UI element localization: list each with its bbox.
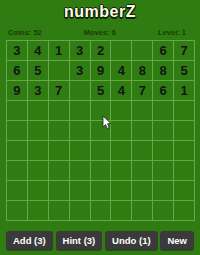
page-title: numberZ — [0, 3, 200, 21]
cell-r2c4[interactable]: 3 — [70, 61, 90, 80]
cell-r3c3[interactable]: 7 — [49, 81, 69, 100]
cell-r9c4[interactable] — [70, 201, 90, 220]
cell-r8c1[interactable] — [7, 181, 27, 200]
undo-button[interactable]: Undo (1) — [105, 231, 158, 250]
cell-r3c6[interactable]: 4 — [111, 81, 131, 100]
cell-r3c2[interactable]: 3 — [28, 81, 48, 100]
cell-r9c2[interactable] — [28, 201, 48, 220]
cell-r1c5[interactable]: 2 — [91, 41, 111, 60]
cell-r4c2[interactable] — [28, 101, 48, 120]
cell-r6c5[interactable] — [91, 141, 111, 160]
cell-r4c5[interactable] — [91, 101, 111, 120]
cell-r8c6[interactable] — [111, 181, 131, 200]
cell-r3c4[interactable] — [70, 81, 90, 100]
cell-r4c6[interactable] — [111, 101, 131, 120]
cell-r9c8[interactable] — [153, 201, 173, 220]
cell-r5c2[interactable] — [28, 121, 48, 140]
cell-r2c8[interactable]: 8 — [153, 61, 173, 80]
game-board: 34132676539488593754761 — [6, 40, 195, 221]
cell-r4c8[interactable] — [153, 101, 173, 120]
cell-r2c1[interactable]: 6 — [7, 61, 27, 80]
level-indicator: Level: 1 — [158, 28, 186, 37]
cell-r2c3[interactable] — [49, 61, 69, 80]
cell-r7c7[interactable] — [132, 161, 152, 180]
hint-button[interactable]: Hint (3) — [56, 231, 103, 250]
cell-r2c9[interactable]: 5 — [174, 61, 194, 80]
cell-r2c2[interactable]: 5 — [28, 61, 48, 80]
cell-r2c7[interactable]: 8 — [132, 61, 152, 80]
cell-r5c1[interactable] — [7, 121, 27, 140]
cell-r3c9[interactable]: 1 — [174, 81, 194, 100]
cell-r3c1[interactable]: 9 — [7, 81, 27, 100]
cell-r8c9[interactable] — [174, 181, 194, 200]
cell-r1c2[interactable]: 4 — [28, 41, 48, 60]
cell-r7c1[interactable] — [7, 161, 27, 180]
cell-r7c4[interactable] — [70, 161, 90, 180]
cell-r7c9[interactable] — [174, 161, 194, 180]
cell-r1c7[interactable] — [132, 41, 152, 60]
cell-r5c9[interactable] — [174, 121, 194, 140]
cell-r6c1[interactable] — [7, 141, 27, 160]
cell-r4c9[interactable] — [174, 101, 194, 120]
moves-counter: Moves: 6 — [84, 28, 116, 37]
cell-r5c3[interactable] — [49, 121, 69, 140]
cell-r1c6[interactable] — [111, 41, 131, 60]
cell-r7c3[interactable] — [49, 161, 69, 180]
cell-r7c5[interactable] — [91, 161, 111, 180]
cell-r8c8[interactable] — [153, 181, 173, 200]
cell-r8c7[interactable] — [132, 181, 152, 200]
toolbar: Add (3) Hint (3) Undo (1) New — [6, 231, 194, 250]
cell-r5c5[interactable] — [91, 121, 111, 140]
cell-r6c3[interactable] — [49, 141, 69, 160]
cell-r3c7[interactable]: 7 — [132, 81, 152, 100]
cell-r6c4[interactable] — [70, 141, 90, 160]
cell-r3c8[interactable]: 6 — [153, 81, 173, 100]
cell-r6c8[interactable] — [153, 141, 173, 160]
coins-counter: Coins: 52 — [8, 28, 42, 37]
cell-r2c5[interactable]: 9 — [91, 61, 111, 80]
cell-r1c1[interactable]: 3 — [7, 41, 27, 60]
cell-r8c5[interactable] — [91, 181, 111, 200]
cell-r9c5[interactable] — [91, 201, 111, 220]
cell-r6c2[interactable] — [28, 141, 48, 160]
cell-r6c6[interactable] — [111, 141, 131, 160]
cell-r7c8[interactable] — [153, 161, 173, 180]
cell-r4c1[interactable] — [7, 101, 27, 120]
new-button[interactable]: New — [160, 231, 194, 250]
cell-r9c7[interactable] — [132, 201, 152, 220]
cell-r7c2[interactable] — [28, 161, 48, 180]
cell-r5c4[interactable] — [70, 121, 90, 140]
cell-r1c4[interactable]: 3 — [70, 41, 90, 60]
cell-r8c4[interactable] — [70, 181, 90, 200]
cell-r9c6[interactable] — [111, 201, 131, 220]
cell-r1c3[interactable]: 1 — [49, 41, 69, 60]
cell-r9c9[interactable] — [174, 201, 194, 220]
cell-r3c5[interactable]: 5 — [91, 81, 111, 100]
cell-r7c6[interactable] — [111, 161, 131, 180]
cell-r6c9[interactable] — [174, 141, 194, 160]
add-button[interactable]: Add (3) — [6, 231, 53, 250]
cell-r9c3[interactable] — [49, 201, 69, 220]
cell-r8c2[interactable] — [28, 181, 48, 200]
cell-r1c9[interactable]: 7 — [174, 41, 194, 60]
cell-r6c7[interactable] — [132, 141, 152, 160]
cell-r5c8[interactable] — [153, 121, 173, 140]
stats-bar: Coins: 52 Moves: 6 Level: 1 — [0, 28, 200, 37]
cell-r1c8[interactable]: 6 — [153, 41, 173, 60]
cell-r4c7[interactable] — [132, 101, 152, 120]
cell-r9c1[interactable] — [7, 201, 27, 220]
cell-r8c3[interactable] — [49, 181, 69, 200]
cell-r4c4[interactable] — [70, 101, 90, 120]
cell-r5c7[interactable] — [132, 121, 152, 140]
cell-r5c6[interactable] — [111, 121, 131, 140]
cell-r2c6[interactable]: 4 — [111, 61, 131, 80]
cell-r4c3[interactable] — [49, 101, 69, 120]
